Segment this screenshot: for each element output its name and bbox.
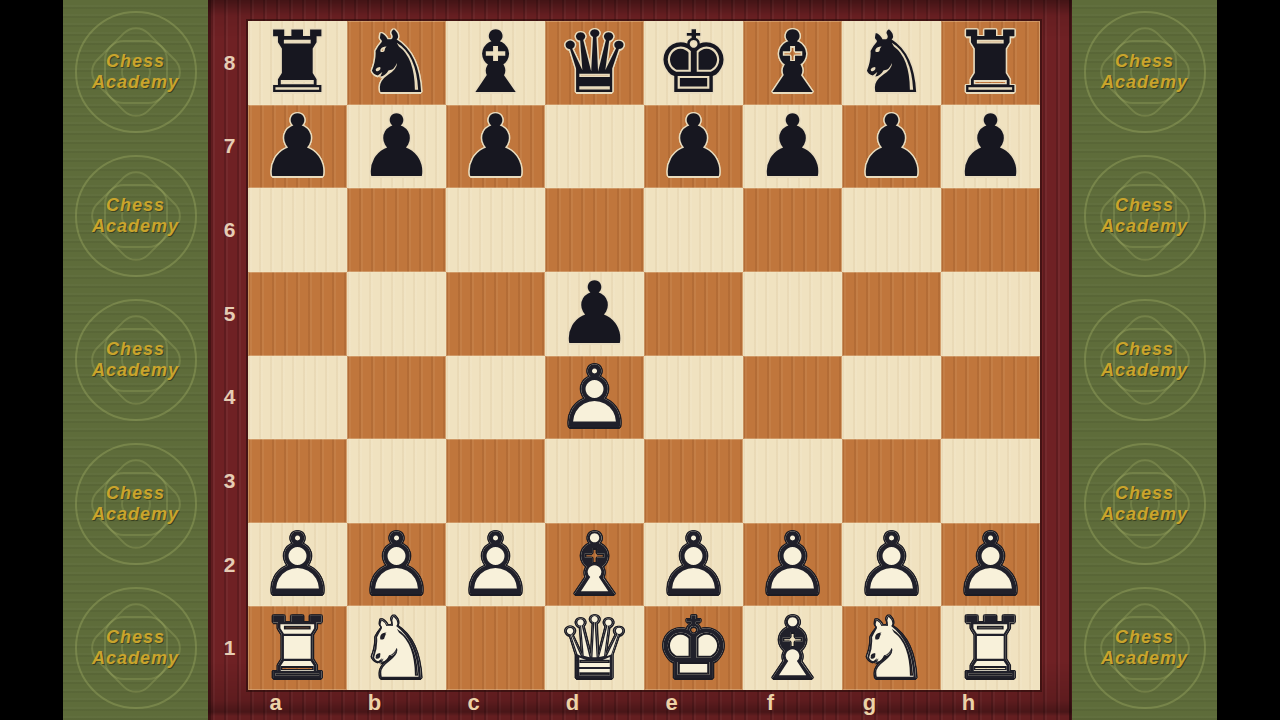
piece-black-king: ♚ — [644, 21, 743, 104]
square-b2[interactable]: ♟♙ — [347, 523, 446, 607]
brand-text-chess-academy: ChessAcademy — [92, 195, 179, 237]
ornament-tile: ChessAcademy — [1072, 144, 1217, 288]
chess-board: ♜♞♝♛♚♝♞♜♟♟♟♟♟♟♟♟♟♙♟♙♟♙♟♙♝♗♟♙♟♙♟♙♟♙♜♖♞♘♛♕… — [248, 21, 1040, 690]
square-b4[interactable] — [347, 356, 446, 440]
brand-text-chess-academy: ChessAcademy — [92, 483, 179, 525]
square-f7[interactable]: ♟ — [743, 105, 842, 189]
square-h7[interactable]: ♟ — [941, 105, 1040, 189]
square-c7[interactable]: ♟ — [446, 105, 545, 189]
square-b5[interactable] — [347, 272, 446, 356]
square-d1[interactable]: ♛♕ — [545, 606, 644, 690]
piece-black-pawn: ♟ — [347, 105, 446, 188]
square-g1[interactable]: ♞♘ — [842, 606, 941, 690]
brand-text-chess-academy: ChessAcademy — [1101, 483, 1188, 525]
piece-black-queen: ♛ — [545, 21, 644, 104]
piece-black-pawn: ♟ — [644, 105, 743, 188]
square-h1[interactable]: ♜♖ — [941, 606, 1040, 690]
ornament-tile: ChessAcademy — [63, 576, 208, 720]
piece-black-pawn: ♟ — [941, 105, 1040, 188]
square-a5[interactable] — [248, 272, 347, 356]
rank-label-8: 8 — [211, 21, 248, 105]
square-a6[interactable] — [248, 188, 347, 272]
square-f2[interactable]: ♟♙ — [743, 523, 842, 607]
piece-black-knight: ♞ — [842, 21, 941, 104]
square-d5[interactable]: ♟ — [545, 272, 644, 356]
square-f6[interactable] — [743, 188, 842, 272]
piece-white-knight: ♞♘ — [347, 607, 446, 690]
file-label-g: g — [820, 690, 919, 716]
piece-black-pawn: ♟ — [842, 105, 941, 188]
square-h6[interactable] — [941, 188, 1040, 272]
square-e7[interactable]: ♟ — [644, 105, 743, 189]
piece-black-pawn: ♟ — [248, 105, 347, 188]
square-e1[interactable]: ♚♔ — [644, 606, 743, 690]
square-g5[interactable] — [842, 272, 941, 356]
piece-black-knight: ♞ — [347, 21, 446, 104]
video-frame: ChessAcademyChessAcademyChessAcademyChes… — [0, 0, 1280, 720]
piece-white-rook: ♜♖ — [941, 607, 1040, 690]
chess-board-frame: 87654321 ♜♞♝♛♚♝♞♜♟♟♟♟♟♟♟♟♟♙♟♙♟♙♟♙♝♗♟♙♟♙♟… — [208, 0, 1072, 720]
square-c4[interactable] — [446, 356, 545, 440]
square-a8[interactable]: ♜ — [248, 21, 347, 105]
brand-text-chess-academy: ChessAcademy — [1101, 627, 1188, 669]
piece-white-knight: ♞♘ — [842, 607, 941, 690]
square-a3[interactable] — [248, 439, 347, 523]
square-g6[interactable] — [842, 188, 941, 272]
square-c5[interactable] — [446, 272, 545, 356]
square-c1[interactable] — [446, 606, 545, 690]
square-f1[interactable]: ♝♗ — [743, 606, 842, 690]
piece-white-pawn: ♟♙ — [347, 523, 446, 606]
right-background-panel: ChessAcademyChessAcademyChessAcademyChes… — [1072, 0, 1217, 720]
square-c8[interactable]: ♝ — [446, 21, 545, 105]
square-f8[interactable]: ♝ — [743, 21, 842, 105]
piece-black-rook: ♜ — [248, 21, 347, 104]
square-e3[interactable] — [644, 439, 743, 523]
rank-label-6: 6 — [211, 188, 248, 272]
piece-white-bishop: ♝♗ — [545, 523, 644, 606]
piece-white-pawn: ♟♙ — [941, 523, 1040, 606]
square-h2[interactable]: ♟♙ — [941, 523, 1040, 607]
piece-white-pawn: ♟♙ — [743, 523, 842, 606]
square-e4[interactable] — [644, 356, 743, 440]
ornament-tile: ChessAcademy — [63, 0, 208, 144]
piece-black-pawn: ♟ — [545, 272, 644, 355]
rank-label-1: 1 — [211, 606, 248, 690]
file-label-h: h — [919, 690, 1018, 716]
piece-black-pawn: ♟ — [446, 105, 545, 188]
square-f3[interactable] — [743, 439, 842, 523]
piece-black-bishop: ♝ — [743, 21, 842, 104]
square-e8[interactable]: ♚ — [644, 21, 743, 105]
square-c3[interactable] — [446, 439, 545, 523]
square-h8[interactable]: ♜ — [941, 21, 1040, 105]
square-d4[interactable]: ♟♙ — [545, 356, 644, 440]
square-g4[interactable] — [842, 356, 941, 440]
square-e5[interactable] — [644, 272, 743, 356]
square-c2[interactable]: ♟♙ — [446, 523, 545, 607]
file-label-d: d — [523, 690, 622, 716]
piece-white-pawn: ♟♙ — [644, 523, 743, 606]
piece-white-king: ♚♔ — [644, 607, 743, 690]
square-a2[interactable]: ♟♙ — [248, 523, 347, 607]
ornament-tile: ChessAcademy — [1072, 288, 1217, 432]
square-b6[interactable] — [347, 188, 446, 272]
square-g8[interactable]: ♞ — [842, 21, 941, 105]
brand-text-chess-academy: ChessAcademy — [92, 51, 179, 93]
piece-white-bishop: ♝♗ — [743, 607, 842, 690]
square-g3[interactable] — [842, 439, 941, 523]
square-h3[interactable] — [941, 439, 1040, 523]
ornament-tile: ChessAcademy — [1072, 432, 1217, 576]
square-d2[interactable]: ♝♗ — [545, 523, 644, 607]
piece-white-pawn: ♟♙ — [842, 523, 941, 606]
square-b8[interactable]: ♞ — [347, 21, 446, 105]
rank-label-7: 7 — [211, 105, 248, 189]
square-d8[interactable]: ♛ — [545, 21, 644, 105]
square-a4[interactable] — [248, 356, 347, 440]
piece-black-bishop: ♝ — [446, 21, 545, 104]
piece-black-pawn: ♟ — [743, 105, 842, 188]
ornament-tile: ChessAcademy — [63, 432, 208, 576]
square-b3[interactable] — [347, 439, 446, 523]
rank-labels: 87654321 — [211, 21, 248, 690]
piece-white-rook: ♜♖ — [248, 607, 347, 690]
square-d7[interactable] — [545, 105, 644, 189]
square-g7[interactable]: ♟ — [842, 105, 941, 189]
brand-text-chess-academy: ChessAcademy — [1101, 339, 1188, 381]
piece-white-queen: ♛♕ — [545, 607, 644, 690]
square-f5[interactable] — [743, 272, 842, 356]
rank-label-5: 5 — [211, 272, 248, 356]
file-label-f: f — [721, 690, 820, 716]
square-b7[interactable]: ♟ — [347, 105, 446, 189]
square-c6[interactable] — [446, 188, 545, 272]
piece-black-rook: ♜ — [941, 21, 1040, 104]
brand-text-chess-academy: ChessAcademy — [1101, 195, 1188, 237]
left-background-panel: ChessAcademyChessAcademyChessAcademyChes… — [63, 0, 208, 720]
file-label-b: b — [325, 690, 424, 716]
brand-text-chess-academy: ChessAcademy — [1101, 51, 1188, 93]
ornament-tile: ChessAcademy — [63, 144, 208, 288]
square-a7[interactable]: ♟ — [248, 105, 347, 189]
square-e2[interactable]: ♟♙ — [644, 523, 743, 607]
rank-label-2: 2 — [211, 523, 248, 607]
square-d6[interactable] — [545, 188, 644, 272]
square-h4[interactable] — [941, 356, 1040, 440]
file-label-c: c — [424, 690, 523, 716]
file-labels: abcdefgh — [226, 690, 1018, 716]
piece-white-pawn: ♟♙ — [248, 523, 347, 606]
file-label-a: a — [226, 690, 325, 716]
ornament-tile: ChessAcademy — [1072, 0, 1217, 144]
square-d3[interactable] — [545, 439, 644, 523]
square-h5[interactable] — [941, 272, 1040, 356]
square-b1[interactable]: ♞♘ — [347, 606, 446, 690]
rank-label-4: 4 — [211, 356, 248, 440]
brand-text-chess-academy: ChessAcademy — [92, 627, 179, 669]
piece-white-pawn: ♟♙ — [446, 523, 545, 606]
square-e6[interactable] — [644, 188, 743, 272]
square-f4[interactable] — [743, 356, 842, 440]
square-a1[interactable]: ♜♖ — [248, 606, 347, 690]
ornament-tile: ChessAcademy — [1072, 576, 1217, 720]
piece-white-pawn: ♟♙ — [545, 356, 644, 439]
brand-text-chess-academy: ChessAcademy — [92, 339, 179, 381]
ornament-tile: ChessAcademy — [63, 288, 208, 432]
rank-label-3: 3 — [211, 439, 248, 523]
file-label-e: e — [622, 690, 721, 716]
square-g2[interactable]: ♟♙ — [842, 523, 941, 607]
